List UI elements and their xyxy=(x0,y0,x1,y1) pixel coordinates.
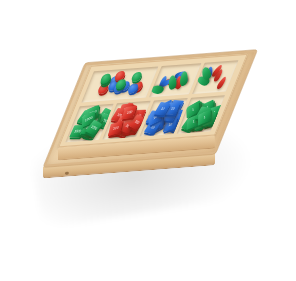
stamp-value: 1000 xyxy=(84,116,92,122)
stamp-value: 10 xyxy=(150,125,155,129)
stamp-value: 1 xyxy=(192,108,194,112)
stamp-compartment-row: 1000100010001000100010001000100010001000… xyxy=(65,95,226,142)
stamp-value: 1 xyxy=(192,120,194,124)
stamp-value: 100 xyxy=(134,119,140,124)
product-photo: 1000100010001000100010001000100010001000… xyxy=(0,0,296,281)
stamp-value: 1 xyxy=(203,116,205,120)
stamp-value: 10 xyxy=(160,107,165,111)
stamp-value: 10 xyxy=(153,115,157,120)
stamp-value: 10 xyxy=(170,107,175,111)
stamp-value: 100 xyxy=(112,126,118,131)
stamp-value: 1000 xyxy=(90,124,97,130)
stamp-value: 10 xyxy=(168,123,172,127)
wood-knot xyxy=(65,172,69,175)
stamp-value: 100 xyxy=(126,110,132,114)
counters-compartment xyxy=(81,66,158,102)
box-interior: 1000100010001000100010001000100010001000… xyxy=(65,60,240,142)
